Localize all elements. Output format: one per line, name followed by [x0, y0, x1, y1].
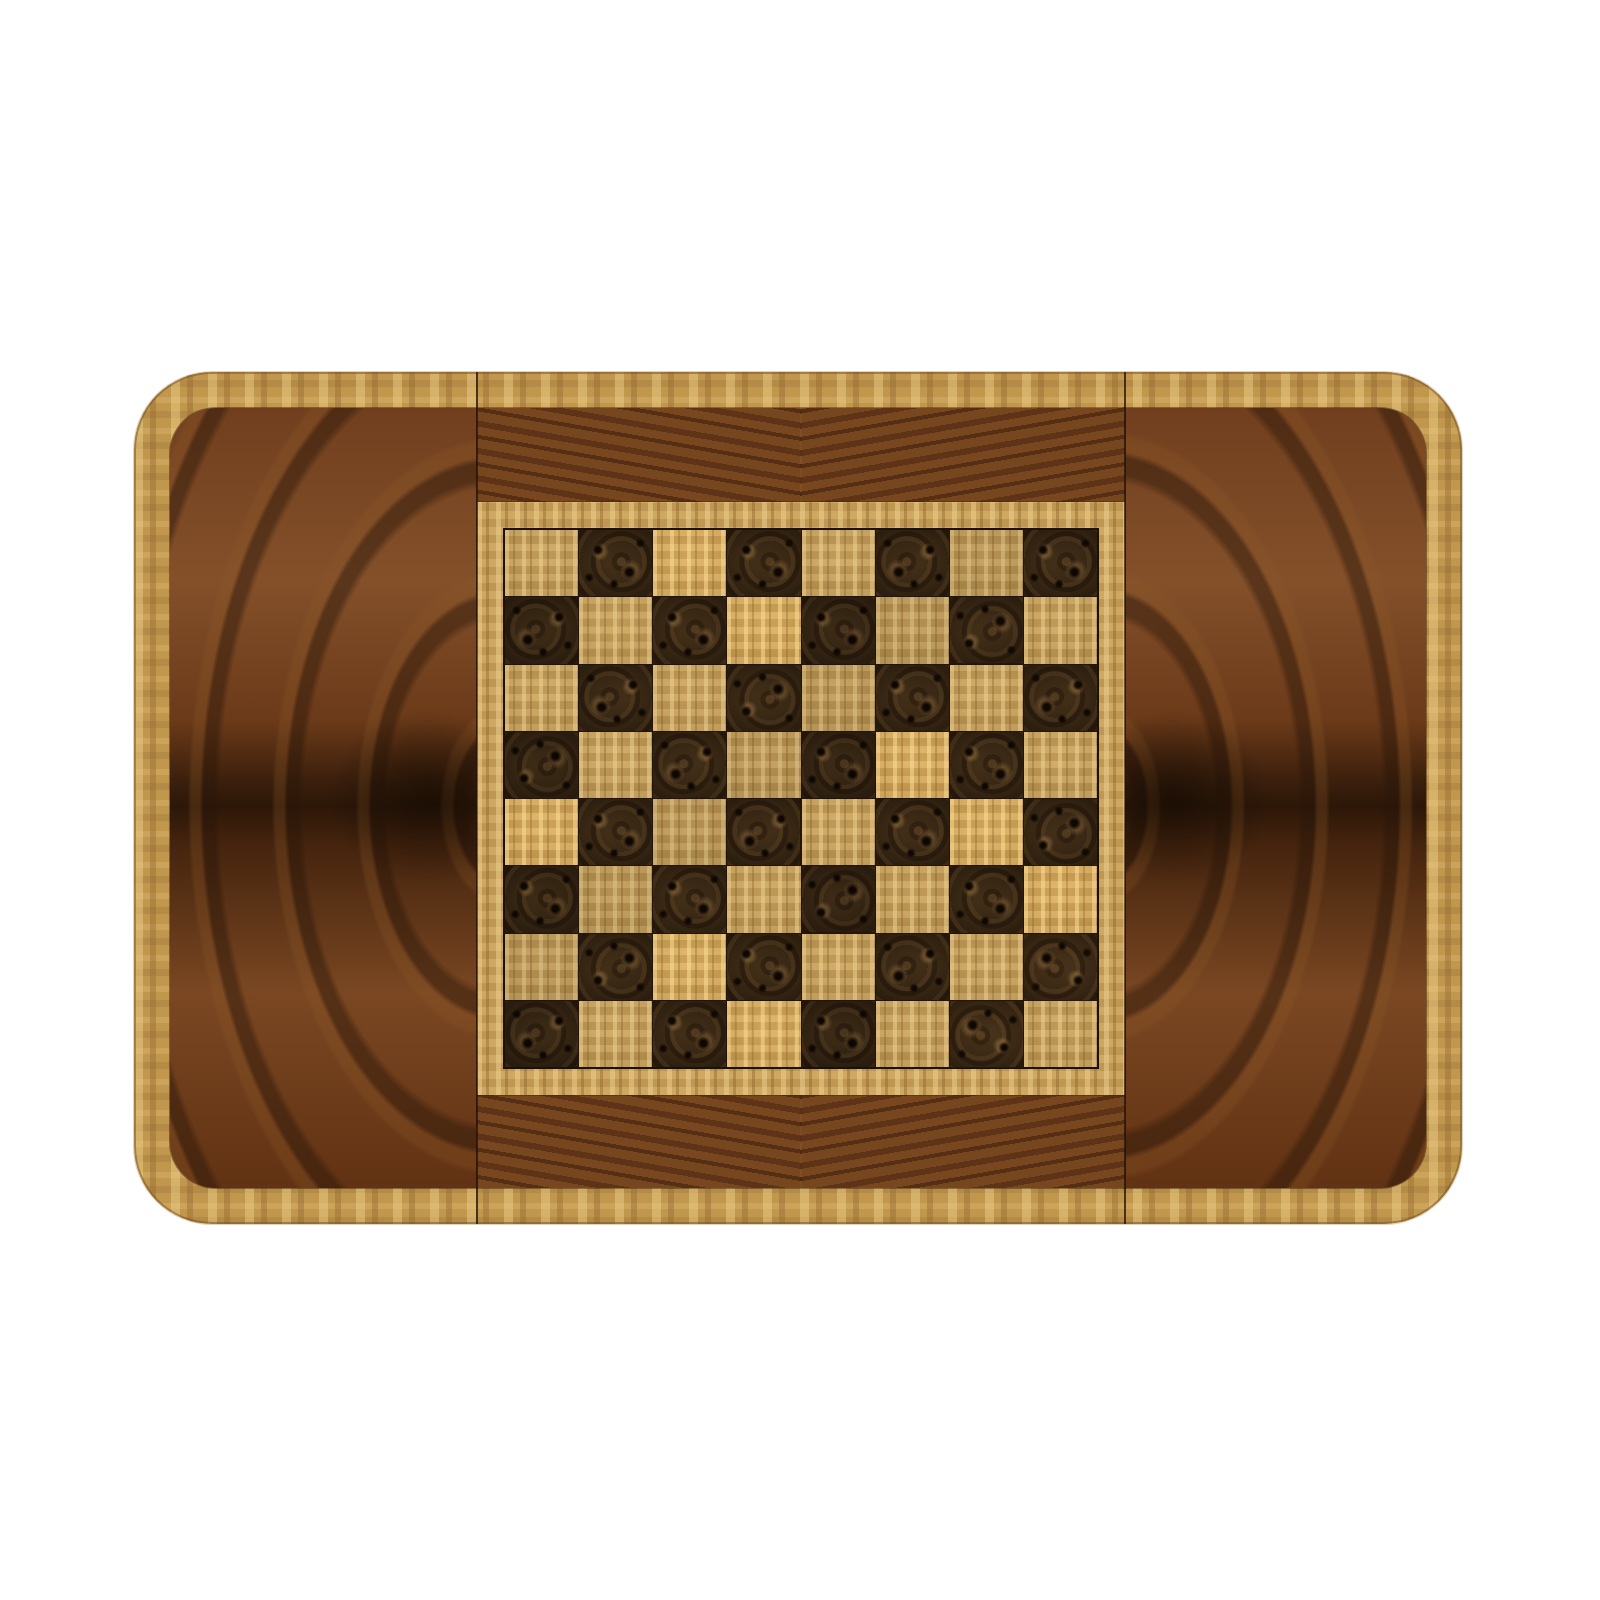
square-h5 — [1024, 732, 1097, 798]
square-e6 — [802, 665, 875, 731]
square-g2 — [950, 934, 1023, 1000]
square-b5 — [579, 732, 652, 798]
square-g5 — [950, 732, 1023, 798]
square-b1 — [579, 1001, 652, 1067]
square-b3 — [579, 866, 652, 932]
square-e2 — [802, 934, 875, 1000]
square-b7 — [579, 597, 652, 663]
square-h2 — [1024, 934, 1097, 1000]
square-b6 — [579, 665, 652, 731]
square-b2 — [579, 934, 652, 1000]
square-g3 — [950, 866, 1023, 932]
games-table-top — [134, 372, 1462, 1224]
square-e4 — [802, 799, 875, 865]
leaf-joint-line-left — [476, 372, 478, 1224]
square-e5 — [802, 732, 875, 798]
square-a8 — [505, 530, 578, 596]
square-b8 — [579, 530, 652, 596]
square-g4 — [950, 799, 1023, 865]
square-h8 — [1024, 530, 1097, 596]
square-a4 — [505, 799, 578, 865]
square-d1 — [727, 1001, 800, 1067]
square-c7 — [653, 597, 726, 663]
square-c1 — [653, 1001, 726, 1067]
square-g1 — [950, 1001, 1023, 1067]
chessboard-border-band — [477, 502, 1125, 1095]
square-g8 — [950, 530, 1023, 596]
square-f4 — [876, 799, 949, 865]
chessboard-grid — [503, 528, 1099, 1069]
square-d5 — [727, 732, 800, 798]
square-h4 — [1024, 799, 1097, 865]
square-f8 — [876, 530, 949, 596]
square-c2 — [653, 934, 726, 1000]
square-f5 — [876, 732, 949, 798]
square-g6 — [950, 665, 1023, 731]
square-d8 — [727, 530, 800, 596]
square-f1 — [876, 1001, 949, 1067]
square-a3 — [505, 866, 578, 932]
square-b4 — [579, 799, 652, 865]
square-d7 — [727, 597, 800, 663]
square-e1 — [802, 1001, 875, 1067]
mahogany-leaf-left — [170, 408, 477, 1188]
square-d4 — [727, 799, 800, 865]
square-f3 — [876, 866, 949, 932]
square-a2 — [505, 934, 578, 1000]
photo-background: Overhead view of a mahogany drop-leaf ga… — [0, 0, 1600, 1600]
square-h1 — [1024, 1001, 1097, 1067]
image-caption: Overhead view of a mahogany drop-leaf ga… — [40, 16, 41, 17]
square-e8 — [802, 530, 875, 596]
square-f2 — [876, 934, 949, 1000]
square-a1 — [505, 1001, 578, 1067]
square-a5 — [505, 732, 578, 798]
square-e3 — [802, 866, 875, 932]
square-f6 — [876, 665, 949, 731]
square-c3 — [653, 866, 726, 932]
square-e7 — [802, 597, 875, 663]
square-c6 — [653, 665, 726, 731]
square-h7 — [1024, 597, 1097, 663]
square-g7 — [950, 597, 1023, 663]
square-f7 — [876, 597, 949, 663]
square-d3 — [727, 866, 800, 932]
square-a7 — [505, 597, 578, 663]
leaf-joint-line-right — [1124, 372, 1126, 1224]
square-a6 — [505, 665, 578, 731]
square-d6 — [727, 665, 800, 731]
mahogany-leaf-right — [1124, 408, 1426, 1188]
square-d2 — [727, 934, 800, 1000]
square-c5 — [653, 732, 726, 798]
square-h6 — [1024, 665, 1097, 731]
square-c8 — [653, 530, 726, 596]
square-c4 — [653, 799, 726, 865]
square-h3 — [1024, 866, 1097, 932]
